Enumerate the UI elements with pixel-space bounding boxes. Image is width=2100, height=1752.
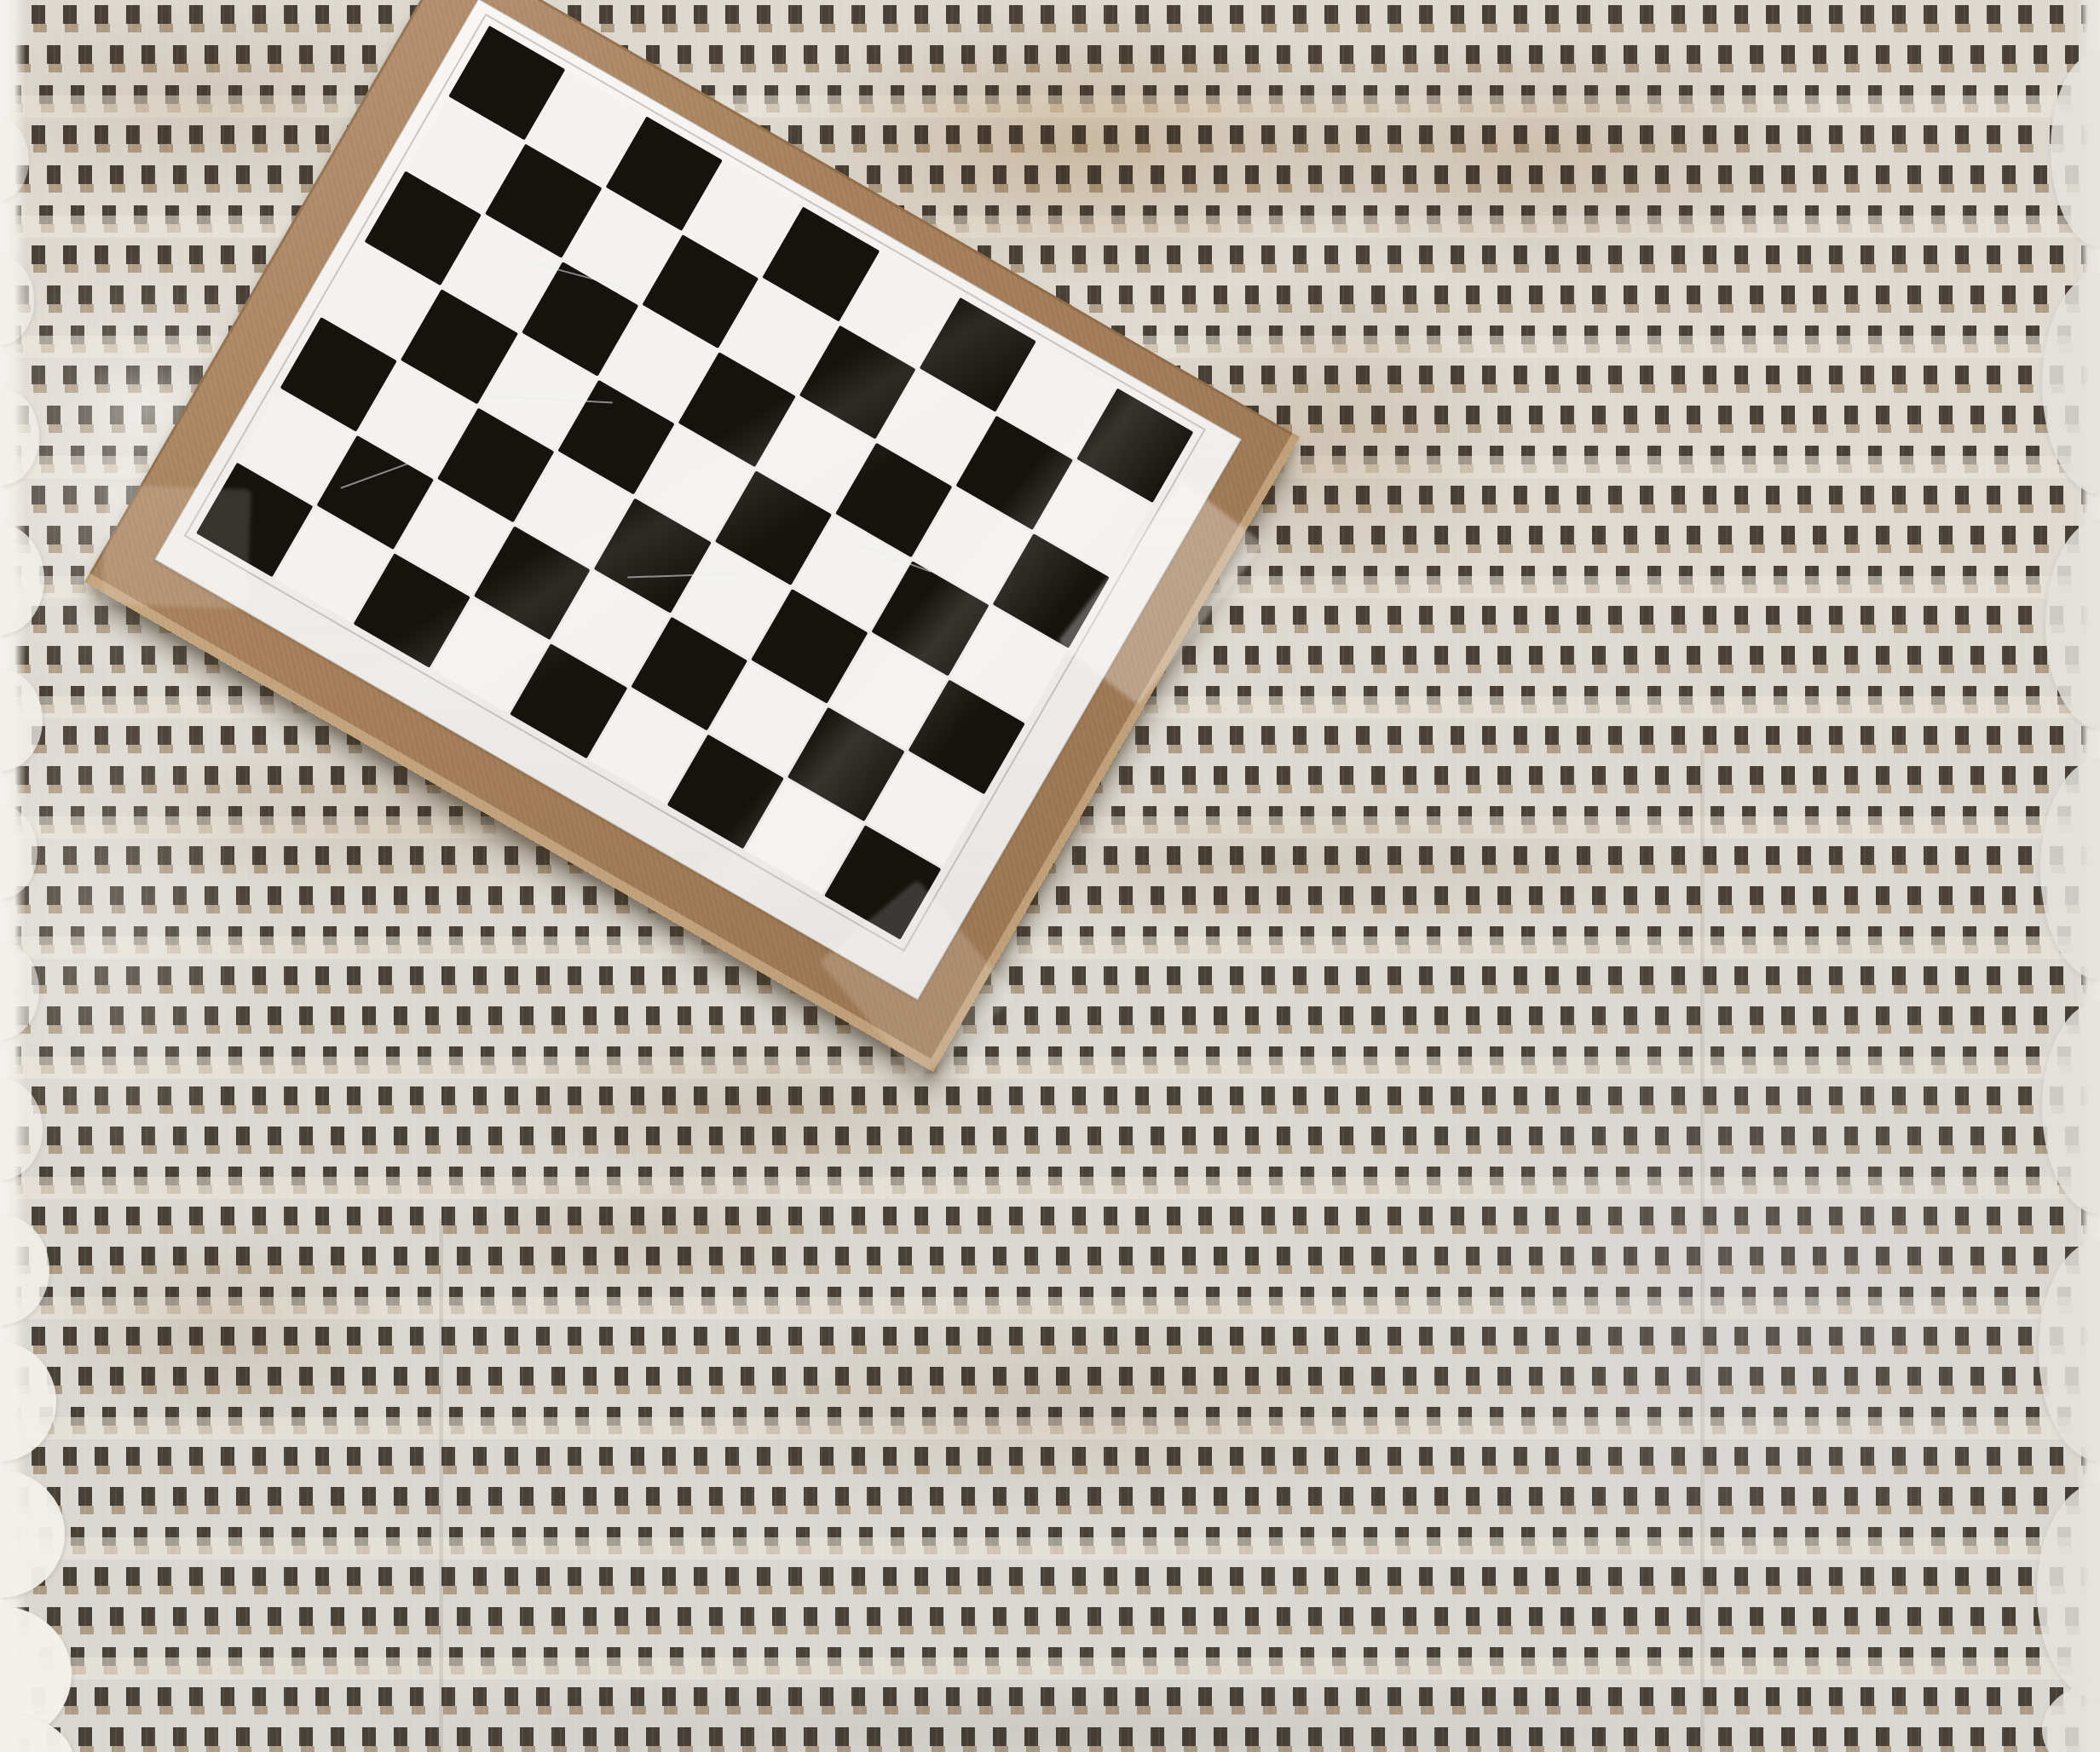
conveyor-belt-photo [0,0,2100,1752]
belt-seam [439,1219,443,1752]
belt-seam [1700,750,1705,1752]
tape-piece [102,485,251,609]
